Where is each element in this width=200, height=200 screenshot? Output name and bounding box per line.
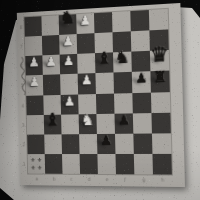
- square-g4: [132, 92, 151, 113]
- file-label-c: c: [63, 175, 81, 184]
- square-d2: [79, 134, 97, 154]
- square-a4: [26, 95, 44, 115]
- rank-label-4: 4: [19, 95, 27, 115]
- white-pawn-glyph: ♟: [79, 14, 91, 28]
- rank-label-6: 6: [18, 56, 26, 76]
- file-label-e: e: [98, 175, 116, 184]
- white-pawn-glyph: ♟: [45, 55, 56, 68]
- board-grid: ⚜⚜⚜⚜♞♟♟♟♟♟♝♞♛♟♟♟♜♟♝♞♟♟: [24, 9, 171, 175]
- square-e4: [96, 93, 115, 114]
- corner-logo: ⚜⚜⚜⚜: [28, 154, 46, 174]
- corner-logo-glyph: ⚜: [37, 157, 42, 163]
- square-f2: [115, 133, 134, 153]
- square-a2: [27, 134, 45, 154]
- square-g6: [131, 51, 150, 72]
- black-rook-glyph: ♜: [153, 70, 167, 86]
- rank-label-8: 8: [17, 17, 25, 37]
- square-a3: [27, 115, 45, 135]
- chess-board: ⚜⚜⚜⚜♞♟♟♟♟♟♝♞♛♟♟♟♜♟♝♞♟♟ abcdefgh 87654321: [17, 3, 185, 187]
- square-c3: [61, 114, 79, 134]
- black-pawn-glyph: ♟: [100, 134, 112, 147]
- square-c1: [62, 154, 80, 174]
- square-a8: [24, 16, 41, 37]
- file-label-f: f: [116, 175, 135, 184]
- square-g7: [131, 31, 150, 52]
- square-h2: [152, 133, 171, 154]
- white-pawn-glyph: ♟: [81, 74, 93, 87]
- square-b5: [43, 75, 61, 95]
- file-label-h: h: [153, 175, 172, 184]
- square-f5: [113, 72, 132, 93]
- black-bishop-glyph: ♝: [45, 110, 61, 128]
- square-f8: [112, 11, 131, 32]
- file-label-g: g: [134, 175, 153, 184]
- square-g2: [133, 133, 152, 154]
- square-a7: [25, 36, 42, 56]
- square-d7: [77, 33, 95, 54]
- square-h4: [151, 92, 170, 113]
- square-h8: [149, 9, 168, 31]
- square-e8: [94, 12, 113, 33]
- square-b2: [44, 134, 62, 154]
- square-e5: [95, 73, 114, 94]
- square-d1: [80, 154, 98, 174]
- square-b1: [45, 154, 63, 174]
- file-label-a: a: [28, 175, 45, 184]
- file-labels: abcdefgh: [28, 175, 172, 185]
- square-d6: [77, 53, 95, 74]
- white-knight-glyph: ♞: [81, 113, 95, 128]
- square-f1: [115, 154, 134, 174]
- white-pawn-glyph: ♟: [62, 35, 74, 48]
- white-pawn-glyph: ♟: [63, 55, 75, 68]
- white-pawn-glyph: ♟: [28, 56, 39, 69]
- square-h1: [152, 154, 171, 175]
- square-a1: ⚜⚜⚜⚜: [28, 154, 46, 174]
- corner-logo-glyph: ⚜: [30, 157, 35, 163]
- square-f4: [114, 93, 133, 114]
- white-pawn-glyph: ♟: [29, 76, 40, 89]
- square-b8: [41, 15, 59, 36]
- file-label-d: d: [80, 175, 98, 184]
- square-g3: [133, 113, 152, 134]
- square-g8: [130, 10, 149, 31]
- black-knight-glyph: ♞: [115, 50, 130, 67]
- rank-label-3: 3: [19, 115, 27, 135]
- corner-logo-glyph: ⚜: [37, 165, 42, 171]
- black-pawn-glyph: ♟: [135, 72, 147, 86]
- square-c5: [60, 74, 78, 94]
- square-h3: [151, 112, 170, 133]
- square-b7: [42, 35, 60, 56]
- square-c2: [62, 134, 80, 154]
- photo-background: ⚜⚜⚜⚜♞♟♟♟♟♟♝♞♛♟♟♟♜♟♝♞♟♟ abcdefgh 87654321: [0, 0, 200, 200]
- square-e3: [96, 113, 115, 133]
- rank-label-1: 1: [20, 154, 28, 174]
- square-e1: [97, 154, 116, 174]
- corner-logo-glyph: ⚜: [31, 165, 36, 171]
- rank-label-2: 2: [20, 134, 28, 154]
- black-queen-glyph: ♛: [150, 44, 169, 65]
- white-pawn-glyph: ♟: [64, 95, 76, 108]
- file-label-b: b: [45, 175, 63, 184]
- black-pawn-glyph: ♟: [118, 114, 130, 127]
- black-knight-glyph: ♞: [59, 9, 75, 28]
- square-g1: [134, 154, 153, 175]
- rank-label-7: 7: [17, 37, 25, 57]
- black-bishop-glyph: ♝: [97, 50, 112, 67]
